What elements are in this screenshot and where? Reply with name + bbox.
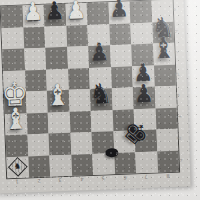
file-label: h: [170, 157, 192, 162]
piece-white-pawn-a4: ♟: [65, 0, 87, 23]
file-label: b: [165, 29, 187, 34]
square: [68, 68, 90, 90]
rank-label: 8: [157, 173, 179, 180]
square: [26, 112, 48, 134]
square: [111, 87, 133, 109]
square: [70, 132, 92, 154]
square: [71, 153, 93, 175]
piece-black-pawn-c5: ♟: [88, 40, 110, 65]
piece-black-knight-e5: ♞: [90, 83, 112, 108]
piece-black-pawn-a6: ♟: [108, 0, 130, 21]
square: [6, 134, 28, 156]
square: [154, 86, 176, 108]
square: [130, 22, 152, 44]
square: [2, 49, 24, 71]
fallen-piece-base: [105, 148, 118, 157]
square: [45, 47, 67, 69]
square: [68, 89, 90, 111]
rank-label: 5: [92, 175, 114, 182]
square: [135, 151, 157, 173]
rank-label: 4: [71, 176, 93, 183]
square: [66, 25, 88, 47]
square: [48, 111, 70, 133]
piece-black-pawn-e7: ♟: [133, 81, 155, 106]
file-label: d: [167, 72, 189, 77]
square: [156, 129, 178, 151]
board-grid: ♞♟♟♟♟♞♟♝♟♚♝♞♟♝♚: [0, 0, 180, 179]
square: [28, 155, 50, 177]
rank-label: 2: [28, 178, 50, 185]
rank-label: 3: [49, 177, 71, 184]
piece-black-pawn-a3: ♟: [43, 0, 65, 23]
piece-white-bishop-f1: ♝: [5, 108, 27, 133]
square: [67, 46, 89, 68]
piece-white-bishop-e3: ♝: [47, 85, 69, 110]
rank-label: 7: [135, 174, 157, 181]
square: [110, 44, 132, 66]
square: [87, 2, 109, 24]
square: [91, 110, 113, 132]
rank-label: 1: [6, 178, 28, 185]
square: [25, 69, 47, 91]
square: [111, 66, 133, 88]
file-label: f: [169, 115, 191, 120]
square: [44, 25, 66, 47]
square: [109, 23, 131, 45]
piece-white-pawn-a2: ♟: [22, 0, 44, 24]
square: [27, 134, 49, 156]
chessboard-photo: ♞ US CHESS ♞♟♟♟♟♞♟♝♟♚♝♞♟♝♚ 12345678 abcd…: [0, 0, 200, 200]
corner-emblem-knight-icon: ♞: [6, 156, 28, 178]
chess-board: ♞ US CHESS ♞♟♟♟♟♞♟♝♟♚♝♞♟♝♚ 12345678 abcd…: [0, 0, 191, 194]
square: [24, 48, 46, 70]
square: [130, 1, 152, 23]
square: [23, 26, 45, 48]
square: [49, 154, 71, 176]
square: [49, 133, 71, 155]
rank-label: 6: [114, 174, 136, 181]
square: [1, 6, 23, 28]
square: [69, 110, 91, 132]
square: [1, 27, 23, 49]
square: [25, 91, 47, 113]
